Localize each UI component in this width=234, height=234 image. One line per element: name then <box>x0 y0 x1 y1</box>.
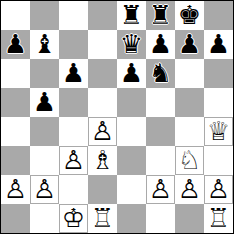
square-g6[interactable] <box>175 59 204 88</box>
square-d2[interactable] <box>88 175 117 204</box>
square-d1[interactable]: ♖ <box>88 204 117 233</box>
square-e7[interactable]: ♛ <box>117 30 146 59</box>
square-b8[interactable] <box>30 1 59 30</box>
chess-board: ♜♜♚♟♝♛♟♟♟♟♟♞♟♙♕♙♗♘♙♙♙♙♙♔♖♖ <box>1 1 233 233</box>
square-e2[interactable] <box>117 175 146 204</box>
square-e3[interactable] <box>117 146 146 175</box>
square-b4[interactable] <box>30 117 59 146</box>
square-h8[interactable] <box>204 1 233 30</box>
square-b5[interactable]: ♟ <box>30 88 59 117</box>
square-f6[interactable]: ♞ <box>146 59 175 88</box>
square-b2[interactable]: ♙ <box>30 175 59 204</box>
piece-white-pawn-f2[interactable]: ♙ <box>147 176 174 203</box>
square-c2[interactable] <box>59 175 88 204</box>
piece-white-pawn-c3[interactable]: ♙ <box>60 147 87 174</box>
square-a7[interactable]: ♟ <box>1 30 30 59</box>
square-d6[interactable] <box>88 59 117 88</box>
piece-black-pawn-f7[interactable]: ♟ <box>147 31 174 58</box>
square-c1[interactable]: ♔ <box>59 204 88 233</box>
square-e5[interactable] <box>117 88 146 117</box>
piece-white-pawn-b2[interactable]: ♙ <box>31 176 58 203</box>
piece-black-rook-e8[interactable]: ♜ <box>118 2 145 29</box>
piece-black-pawn-b5[interactable]: ♟ <box>31 89 58 116</box>
square-a2[interactable]: ♙ <box>1 175 30 204</box>
square-a3[interactable] <box>1 146 30 175</box>
square-b3[interactable] <box>30 146 59 175</box>
square-g3[interactable]: ♘ <box>175 146 204 175</box>
square-g2[interactable]: ♙ <box>175 175 204 204</box>
square-a4[interactable] <box>1 117 30 146</box>
square-a8[interactable] <box>1 1 30 30</box>
square-f3[interactable] <box>146 146 175 175</box>
square-f4[interactable] <box>146 117 175 146</box>
square-b6[interactable] <box>30 59 59 88</box>
square-d8[interactable] <box>88 1 117 30</box>
square-f5[interactable] <box>146 88 175 117</box>
piece-black-king-g8[interactable]: ♚ <box>176 2 203 29</box>
square-h1[interactable]: ♖ <box>204 204 233 233</box>
square-h7[interactable]: ♟ <box>204 30 233 59</box>
piece-white-rook-d1[interactable]: ♖ <box>89 205 116 232</box>
piece-black-queen-e7[interactable]: ♛ <box>118 31 145 58</box>
square-g4[interactable] <box>175 117 204 146</box>
piece-black-pawn-g7[interactable]: ♟ <box>176 31 203 58</box>
piece-black-bishop-b7[interactable]: ♝ <box>31 31 58 58</box>
piece-white-bishop-d3[interactable]: ♗ <box>89 147 116 174</box>
square-c6[interactable]: ♟ <box>59 59 88 88</box>
chess-board-frame: ♜♜♚♟♝♛♟♟♟♟♟♞♟♙♕♙♗♘♙♙♙♙♙♔♖♖ <box>0 0 234 234</box>
square-e4[interactable] <box>117 117 146 146</box>
square-c8[interactable] <box>59 1 88 30</box>
piece-black-pawn-h7[interactable]: ♟ <box>205 31 232 58</box>
square-a1[interactable] <box>1 204 30 233</box>
square-g7[interactable]: ♟ <box>175 30 204 59</box>
piece-white-pawn-a2[interactable]: ♙ <box>2 176 29 203</box>
square-h3[interactable] <box>204 146 233 175</box>
square-e6[interactable]: ♟ <box>117 59 146 88</box>
square-h4[interactable]: ♕ <box>204 117 233 146</box>
square-d7[interactable] <box>88 30 117 59</box>
piece-white-pawn-h2[interactable]: ♙ <box>205 176 232 203</box>
square-c3[interactable]: ♙ <box>59 146 88 175</box>
piece-black-pawn-c6[interactable]: ♟ <box>60 60 87 87</box>
square-e8[interactable]: ♜ <box>117 1 146 30</box>
square-g1[interactable] <box>175 204 204 233</box>
piece-white-pawn-g2[interactable]: ♙ <box>176 176 203 203</box>
square-c7[interactable] <box>59 30 88 59</box>
square-d3[interactable]: ♗ <box>88 146 117 175</box>
square-h5[interactable] <box>204 88 233 117</box>
square-a5[interactable] <box>1 88 30 117</box>
square-c4[interactable] <box>59 117 88 146</box>
square-h2[interactable]: ♙ <box>204 175 233 204</box>
square-a6[interactable] <box>1 59 30 88</box>
square-b1[interactable] <box>30 204 59 233</box>
piece-black-pawn-e6[interactable]: ♟ <box>118 60 145 87</box>
square-d5[interactable] <box>88 88 117 117</box>
square-f8[interactable]: ♜ <box>146 1 175 30</box>
square-e1[interactable] <box>117 204 146 233</box>
piece-white-rook-h1[interactable]: ♖ <box>205 205 232 232</box>
square-f2[interactable]: ♙ <box>146 175 175 204</box>
piece-white-queen-h4[interactable]: ♕ <box>205 118 232 145</box>
square-c5[interactable] <box>59 88 88 117</box>
piece-white-pawn-d4[interactable]: ♙ <box>89 118 116 145</box>
square-b7[interactable]: ♝ <box>30 30 59 59</box>
square-h6[interactable] <box>204 59 233 88</box>
square-d4[interactable]: ♙ <box>88 117 117 146</box>
square-f1[interactable] <box>146 204 175 233</box>
piece-black-rook-f8[interactable]: ♜ <box>147 2 174 29</box>
piece-black-knight-f6[interactable]: ♞ <box>147 60 174 87</box>
square-g8[interactable]: ♚ <box>175 1 204 30</box>
square-f7[interactable]: ♟ <box>146 30 175 59</box>
square-g5[interactable] <box>175 88 204 117</box>
piece-black-pawn-a7[interactable]: ♟ <box>2 31 29 58</box>
piece-white-king-c1[interactable]: ♔ <box>60 205 87 232</box>
piece-white-knight-g3[interactable]: ♘ <box>176 147 203 174</box>
